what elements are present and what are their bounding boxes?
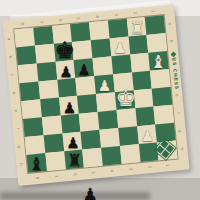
black-pawn-c5[interactable]: ♟ xyxy=(75,63,94,78)
square-c2[interactable] xyxy=(130,53,150,73)
square-b8[interactable] xyxy=(16,46,36,66)
square-c4[interactable] xyxy=(92,56,112,76)
square-c3[interactable] xyxy=(111,55,131,75)
square-b4[interactable] xyxy=(91,38,111,58)
square-a3[interactable] xyxy=(108,19,128,39)
square-c8[interactable] xyxy=(18,64,38,84)
square-a4[interactable] xyxy=(89,21,109,41)
square-f7[interactable] xyxy=(42,116,62,136)
square-h8[interactable]: ♝ xyxy=(26,153,46,173)
square-a1[interactable] xyxy=(145,15,165,35)
square-b1[interactable] xyxy=(147,33,167,53)
square-f4[interactable] xyxy=(98,110,118,130)
square-f6[interactable] xyxy=(60,114,80,134)
square-b6[interactable]: ♚ xyxy=(53,42,73,62)
square-c7[interactable] xyxy=(36,62,56,82)
photo-background: { "game": "chess", "scene": "overhead ph… xyxy=(0,0,200,200)
square-b7[interactable] xyxy=(35,44,55,64)
square-g6[interactable]: ♟ xyxy=(62,132,82,152)
square-a8[interactable] xyxy=(14,28,34,48)
square-d8[interactable] xyxy=(20,81,40,101)
square-h7[interactable] xyxy=(45,151,65,171)
square-g3[interactable] xyxy=(118,126,138,146)
white-pawn-b3[interactable]: ♟ xyxy=(110,42,129,57)
square-h3[interactable] xyxy=(120,144,140,164)
square-a7[interactable] xyxy=(33,26,53,46)
square-f5[interactable] xyxy=(79,112,99,132)
white-rook-a2[interactable]: ♜ xyxy=(127,20,146,37)
square-e6[interactable]: ♟ xyxy=(59,96,79,116)
black-king-b6[interactable]: ♚ xyxy=(54,39,73,62)
square-b3[interactable]: ♟ xyxy=(109,37,129,57)
square-g5[interactable] xyxy=(81,130,101,150)
square-e5[interactable] xyxy=(77,94,97,114)
square-g7[interactable] xyxy=(43,133,63,153)
square-e1[interactable] xyxy=(152,87,172,107)
square-g4[interactable] xyxy=(99,128,119,148)
square-d4[interactable]: ♟ xyxy=(94,74,114,94)
black-pawn-g6[interactable]: ♟ xyxy=(63,136,82,151)
square-e3[interactable]: ♚ xyxy=(115,90,135,110)
square-h4[interactable] xyxy=(101,146,121,166)
black-pawn-c6[interactable]: ♟ xyxy=(56,65,75,80)
white-king-e3[interactable]: ♚ xyxy=(115,87,134,110)
square-h5[interactable] xyxy=(82,148,102,168)
square-f2[interactable] xyxy=(135,107,155,127)
square-f3[interactable] xyxy=(116,108,136,128)
captured-black-pawn: ♟ xyxy=(82,186,98,200)
square-d7[interactable] xyxy=(38,80,58,100)
square-e7[interactable] xyxy=(40,98,60,118)
black-pawn-e6[interactable]: ♟ xyxy=(60,101,79,116)
square-f1[interactable] xyxy=(154,105,174,125)
square-g8[interactable] xyxy=(25,135,45,155)
white-bishop-c1[interactable]: ♝ xyxy=(149,53,168,71)
square-g2[interactable]: ♟ xyxy=(137,124,157,144)
square-e4[interactable] xyxy=(96,92,116,112)
square-c5[interactable]: ♟ xyxy=(74,58,94,78)
black-rook-h6[interactable]: ♜ xyxy=(65,152,84,169)
black-bishop-h8[interactable]: ♝ xyxy=(27,155,46,173)
square-c6[interactable]: ♟ xyxy=(55,60,75,80)
white-pawn-g2[interactable]: ♟ xyxy=(138,129,157,144)
square-h1[interactable] xyxy=(157,141,177,161)
square-f8[interactable] xyxy=(23,117,43,137)
board-edge-shadow xyxy=(0,192,150,200)
square-b2[interactable] xyxy=(128,35,148,55)
square-e8[interactable] xyxy=(21,99,41,119)
chess-board-mat: 87654321 87654321 abcdefgh abcdefgh US C… xyxy=(2,4,189,186)
board-grid: ♜♚♟♟♟♝♟♟♚♟♟♝♜ xyxy=(14,15,177,173)
square-c1[interactable]: ♝ xyxy=(148,51,168,71)
us-chess-edge-text: US CHESS xyxy=(171,57,179,90)
square-a2[interactable]: ♜ xyxy=(126,17,146,37)
white-pawn-d4[interactable]: ♟ xyxy=(95,79,114,94)
square-d6[interactable] xyxy=(57,78,77,98)
square-h6[interactable]: ♜ xyxy=(64,150,84,170)
